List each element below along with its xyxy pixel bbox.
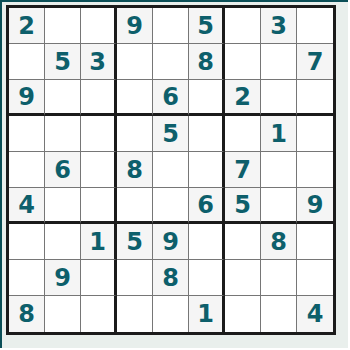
cell-r1c3[interactable] — [81, 8, 117, 44]
cell-r1c9[interactable] — [297, 8, 333, 44]
cell-r7c3[interactable]: 1 — [81, 224, 117, 260]
cell-r6c6[interactable]: 6 — [189, 188, 225, 224]
cell-r8c4[interactable] — [117, 260, 153, 296]
cell-r1c6[interactable]: 5 — [189, 8, 225, 44]
cell-r9c1[interactable]: 8 — [9, 296, 45, 332]
cell-r6c2[interactable] — [45, 188, 81, 224]
cell-r1c7[interactable] — [225, 8, 261, 44]
cell-r1c1[interactable]: 2 — [9, 8, 45, 44]
cell-r9c6[interactable]: 1 — [189, 296, 225, 332]
cell-r9c2[interactable] — [45, 296, 81, 332]
cell-r4c9[interactable] — [297, 116, 333, 152]
cell-r4c1[interactable] — [9, 116, 45, 152]
cell-r5c2[interactable]: 6 — [45, 152, 81, 188]
cell-r8c3[interactable] — [81, 260, 117, 296]
cell-r5c6[interactable] — [189, 152, 225, 188]
cell-r2c5[interactable] — [153, 44, 189, 80]
cell-r2c8[interactable] — [261, 44, 297, 80]
cell-r3c9[interactable] — [297, 80, 333, 116]
cell-r5c7[interactable]: 7 — [225, 152, 261, 188]
cell-r3c3[interactable] — [81, 80, 117, 116]
cell-r2c6[interactable]: 8 — [189, 44, 225, 80]
cell-r3c4[interactable] — [117, 80, 153, 116]
cell-r7c4[interactable]: 5 — [117, 224, 153, 260]
cell-r9c4[interactable] — [117, 296, 153, 332]
sudoku-board: 29535387962516874659159898814 — [6, 5, 336, 335]
cell-r3c7[interactable]: 2 — [225, 80, 261, 116]
cell-r9c5[interactable] — [153, 296, 189, 332]
cell-r5c8[interactable] — [261, 152, 297, 188]
cell-r5c9[interactable] — [297, 152, 333, 188]
cell-r6c7[interactable]: 5 — [225, 188, 261, 224]
cell-r9c3[interactable] — [81, 296, 117, 332]
cell-r4c4[interactable] — [117, 116, 153, 152]
cell-r9c7[interactable] — [225, 296, 261, 332]
cell-r7c1[interactable] — [9, 224, 45, 260]
cell-r9c9[interactable]: 4 — [297, 296, 333, 332]
cell-r1c5[interactable] — [153, 8, 189, 44]
cell-r3c1[interactable]: 9 — [9, 80, 45, 116]
cell-r4c5[interactable]: 5 — [153, 116, 189, 152]
cell-r1c2[interactable] — [45, 8, 81, 44]
cell-r8c8[interactable] — [261, 260, 297, 296]
cell-r1c4[interactable]: 9 — [117, 8, 153, 44]
cell-r2c1[interactable] — [9, 44, 45, 80]
cell-r3c2[interactable] — [45, 80, 81, 116]
cell-r2c4[interactable] — [117, 44, 153, 80]
cell-r5c3[interactable] — [81, 152, 117, 188]
cell-r3c6[interactable] — [189, 80, 225, 116]
cell-r8c2[interactable]: 9 — [45, 260, 81, 296]
cell-r4c8[interactable]: 1 — [261, 116, 297, 152]
cell-r7c5[interactable]: 9 — [153, 224, 189, 260]
cell-r3c8[interactable] — [261, 80, 297, 116]
cell-r3c5[interactable]: 6 — [153, 80, 189, 116]
cell-r7c6[interactable] — [189, 224, 225, 260]
cell-r6c5[interactable] — [153, 188, 189, 224]
cell-r8c6[interactable] — [189, 260, 225, 296]
cell-r7c7[interactable] — [225, 224, 261, 260]
cell-r2c7[interactable] — [225, 44, 261, 80]
cell-r6c9[interactable]: 9 — [297, 188, 333, 224]
cell-r8c9[interactable] — [297, 260, 333, 296]
cell-r6c8[interactable] — [261, 188, 297, 224]
cell-r4c7[interactable] — [225, 116, 261, 152]
cell-r7c8[interactable]: 8 — [261, 224, 297, 260]
cell-r6c3[interactable] — [81, 188, 117, 224]
cell-r7c2[interactable] — [45, 224, 81, 260]
cell-r7c9[interactable] — [297, 224, 333, 260]
cell-r8c1[interactable] — [9, 260, 45, 296]
cell-r4c6[interactable] — [189, 116, 225, 152]
cell-r2c2[interactable]: 5 — [45, 44, 81, 80]
cell-r5c4[interactable]: 8 — [117, 152, 153, 188]
cell-r1c8[interactable]: 3 — [261, 8, 297, 44]
cell-r8c5[interactable]: 8 — [153, 260, 189, 296]
cell-r5c5[interactable] — [153, 152, 189, 188]
cell-r5c1[interactable] — [9, 152, 45, 188]
cell-r2c9[interactable]: 7 — [297, 44, 333, 80]
cell-r2c3[interactable]: 3 — [81, 44, 117, 80]
cell-r4c3[interactable] — [81, 116, 117, 152]
cell-r9c8[interactable] — [261, 296, 297, 332]
cell-r6c1[interactable]: 4 — [9, 188, 45, 224]
sudoku-page: 29535387962516874659159898814 — [0, 0, 348, 348]
cell-r8c7[interactable] — [225, 260, 261, 296]
cell-r6c4[interactable] — [117, 188, 153, 224]
cell-r4c2[interactable] — [45, 116, 81, 152]
